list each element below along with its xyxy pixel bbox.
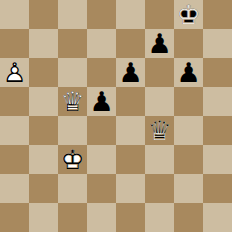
- square-e4[interactable]: [116, 116, 145, 145]
- white-pawn-outline-icon: ♙: [0, 58, 29, 87]
- square-h8[interactable]: [203, 0, 232, 29]
- square-c4[interactable]: [58, 116, 87, 145]
- square-a2[interactable]: [0, 174, 29, 203]
- white-queen-c5[interactable]: ♛♕: [58, 87, 87, 116]
- white-queen-icon: ♛: [58, 87, 87, 116]
- square-g1[interactable]: [174, 203, 203, 232]
- square-d5[interactable]: ♟: [87, 87, 116, 116]
- square-f4[interactable]: ♛♕: [145, 116, 174, 145]
- square-h1[interactable]: [203, 203, 232, 232]
- square-e5[interactable]: [116, 87, 145, 116]
- square-c1[interactable]: [58, 203, 87, 232]
- black-king-icon: ♚: [174, 0, 203, 29]
- square-h7[interactable]: [203, 29, 232, 58]
- white-king-outline-icon: ♔: [58, 145, 87, 174]
- square-g8[interactable]: ♚♔: [174, 0, 203, 29]
- square-h2[interactable]: [203, 174, 232, 203]
- square-a4[interactable]: [0, 116, 29, 145]
- square-d1[interactable]: [87, 203, 116, 232]
- black-pawn-icon: ♟: [174, 58, 203, 87]
- square-b7[interactable]: [29, 29, 58, 58]
- square-f3[interactable]: [145, 145, 174, 174]
- square-b4[interactable]: [29, 116, 58, 145]
- square-f6[interactable]: [145, 58, 174, 87]
- square-h4[interactable]: [203, 116, 232, 145]
- square-d6[interactable]: [87, 58, 116, 87]
- white-queen-outline-icon: ♕: [58, 87, 87, 116]
- square-a3[interactable]: [0, 145, 29, 174]
- square-b8[interactable]: [29, 0, 58, 29]
- square-e6[interactable]: ♟: [116, 58, 145, 87]
- square-f2[interactable]: [145, 174, 174, 203]
- square-g6[interactable]: ♟: [174, 58, 203, 87]
- white-pawn-icon: ♟: [0, 58, 29, 87]
- square-h6[interactable]: [203, 58, 232, 87]
- square-c5[interactable]: ♛♕: [58, 87, 87, 116]
- square-f1[interactable]: [145, 203, 174, 232]
- square-a5[interactable]: [0, 87, 29, 116]
- square-e7[interactable]: [116, 29, 145, 58]
- square-d7[interactable]: [87, 29, 116, 58]
- square-d2[interactable]: [87, 174, 116, 203]
- square-f8[interactable]: [145, 0, 174, 29]
- square-b3[interactable]: [29, 145, 58, 174]
- square-e8[interactable]: [116, 0, 145, 29]
- square-h5[interactable]: [203, 87, 232, 116]
- black-pawn-f7[interactable]: ♟: [145, 29, 174, 58]
- square-f7[interactable]: ♟: [145, 29, 174, 58]
- black-pawn-g6[interactable]: ♟: [174, 58, 203, 87]
- square-d3[interactable]: [87, 145, 116, 174]
- square-b5[interactable]: [29, 87, 58, 116]
- square-c3[interactable]: ♚♔: [58, 145, 87, 174]
- white-pawn-a6[interactable]: ♟♙: [0, 58, 29, 87]
- square-g7[interactable]: [174, 29, 203, 58]
- black-queen-icon: ♛: [145, 116, 174, 145]
- square-b2[interactable]: [29, 174, 58, 203]
- square-a6[interactable]: ♟♙: [0, 58, 29, 87]
- square-g3[interactable]: [174, 145, 203, 174]
- black-queen-f4[interactable]: ♛♕: [145, 116, 174, 145]
- square-f5[interactable]: [145, 87, 174, 116]
- black-pawn-icon: ♟: [87, 87, 116, 116]
- black-pawn-icon: ♟: [145, 29, 174, 58]
- square-g2[interactable]: [174, 174, 203, 203]
- square-g5[interactable]: [174, 87, 203, 116]
- square-c8[interactable]: [58, 0, 87, 29]
- square-d8[interactable]: [87, 0, 116, 29]
- square-d4[interactable]: [87, 116, 116, 145]
- square-e1[interactable]: [116, 203, 145, 232]
- black-pawn-d5[interactable]: ♟: [87, 87, 116, 116]
- square-a8[interactable]: [0, 0, 29, 29]
- white-king-icon: ♚: [58, 145, 87, 174]
- black-pawn-icon: ♟: [116, 58, 145, 87]
- black-king-outline-icon: ♔: [174, 0, 203, 29]
- chess-board: ♚♔♟♟♙♟♟♛♕♟♛♕♚♔: [0, 0, 232, 232]
- square-e2[interactable]: [116, 174, 145, 203]
- black-pawn-e6[interactable]: ♟: [116, 58, 145, 87]
- square-h3[interactable]: [203, 145, 232, 174]
- square-g4[interactable]: [174, 116, 203, 145]
- square-a7[interactable]: [0, 29, 29, 58]
- black-queen-outline-icon: ♕: [145, 116, 174, 145]
- square-c2[interactable]: [58, 174, 87, 203]
- white-king-c3[interactable]: ♚♔: [58, 145, 87, 174]
- square-a1[interactable]: [0, 203, 29, 232]
- square-b6[interactable]: [29, 58, 58, 87]
- square-c6[interactable]: [58, 58, 87, 87]
- black-king-g8[interactable]: ♚♔: [174, 0, 203, 29]
- square-e3[interactable]: [116, 145, 145, 174]
- square-c7[interactable]: [58, 29, 87, 58]
- square-b1[interactable]: [29, 203, 58, 232]
